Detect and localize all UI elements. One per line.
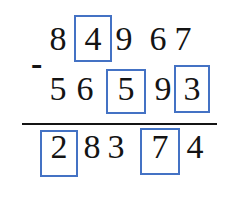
minuend-digit-4: 7 bbox=[175, 22, 192, 56]
difference-digit-4: 4 bbox=[187, 130, 204, 164]
difference-digit-2: 3 bbox=[108, 130, 125, 164]
subtrahend-digit-2: 5 bbox=[118, 72, 135, 106]
minus-sign: - bbox=[31, 47, 42, 81]
answer-rule-line bbox=[22, 123, 217, 125]
minuend-digit-1: 4 bbox=[85, 22, 102, 56]
subtrahend-digit-3: 9 bbox=[155, 72, 172, 106]
subtrahend-digit-0: 5 bbox=[50, 72, 67, 106]
subtraction-worksheet: - 8 4 9 6 7 5 6 5 9 3 2 8 3 7 4 bbox=[0, 0, 248, 200]
subtrahend-digit-4: 3 bbox=[184, 72, 201, 106]
subtrahend-digit-1: 6 bbox=[77, 72, 94, 106]
difference-digit-3: 7 bbox=[152, 130, 169, 164]
minuend-digit-2: 9 bbox=[116, 22, 133, 56]
difference-digit-0: 2 bbox=[51, 130, 68, 164]
difference-digit-1: 8 bbox=[84, 130, 101, 164]
minuend-digit-0: 8 bbox=[50, 22, 67, 56]
minuend-digit-3: 6 bbox=[150, 22, 167, 56]
